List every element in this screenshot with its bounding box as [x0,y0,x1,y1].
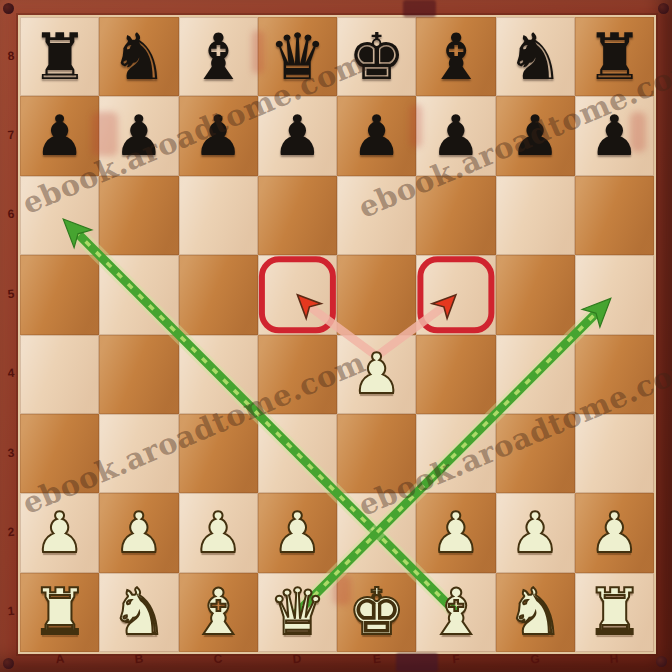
chess-opening-diagram: ♜♞♝♛♚♝♞♜♟♟♟♟♟♟♟♟♟♟♟♟♟♟♟♟♜♞♝♛♚♝♞♜ 8765432… [0,0,672,672]
square-b6[interactable] [99,176,178,255]
square-h7[interactable]: ♟ [575,96,654,175]
square-d4[interactable] [258,335,337,414]
file-label-E: E [366,651,387,667]
square-f7[interactable]: ♟ [416,96,495,175]
file-label-D: D [287,651,308,667]
square-c8[interactable]: ♝ [179,17,258,96]
rank-label-1: 1 [2,604,19,619]
square-a6[interactable] [20,176,99,255]
black-pawn-a7: ♟ [35,108,85,164]
white-pawn-c2: ♟ [193,505,243,561]
square-d1[interactable]: ♛ [258,573,337,652]
square-c6[interactable] [179,176,258,255]
square-h4[interactable] [575,335,654,414]
black-knight-g8: ♞ [506,25,563,89]
square-e6[interactable] [337,176,416,255]
black-rook-a8: ♜ [31,25,88,89]
rank-label-3: 3 [2,445,19,460]
black-bishop-c8: ♝ [189,25,246,89]
white-bishop-c1: ♝ [189,580,246,644]
square-f3[interactable] [416,414,495,493]
file-label-A: A [49,651,70,667]
square-f1[interactable]: ♝ [416,573,495,652]
square-g2[interactable]: ♟ [496,493,575,572]
rank-label-5: 5 [2,286,19,301]
square-a5[interactable] [20,255,99,334]
square-a8[interactable]: ♜ [20,17,99,96]
square-f4[interactable] [416,335,495,414]
square-f5[interactable] [416,255,495,334]
black-pawn-e7: ♟ [352,108,402,164]
black-pawn-d7: ♟ [272,108,322,164]
white-pawn-b2: ♟ [114,505,164,561]
frame-corner-dot [658,3,669,14]
white-knight-b1: ♞ [110,580,167,644]
square-d6[interactable] [258,176,337,255]
square-c1[interactable]: ♝ [179,573,258,652]
white-bishop-f1: ♝ [427,580,484,644]
square-g3[interactable] [496,414,575,493]
square-c5[interactable] [179,255,258,334]
black-knight-b8: ♞ [110,25,167,89]
square-h6[interactable] [575,176,654,255]
square-d2[interactable]: ♟ [258,493,337,572]
square-g8[interactable]: ♞ [496,17,575,96]
white-pawn-d2: ♟ [272,505,322,561]
square-a1[interactable]: ♜ [20,573,99,652]
chess-board: ♜♞♝♛♚♝♞♜♟♟♟♟♟♟♟♟♟♟♟♟♟♟♟♟♜♞♝♛♚♝♞♜ [20,17,654,652]
square-b4[interactable] [99,335,178,414]
square-e5[interactable] [337,255,416,334]
square-c4[interactable] [179,335,258,414]
square-d8[interactable]: ♛ [258,17,337,96]
frame-corner-dot [3,658,14,669]
square-d5[interactable] [258,255,337,334]
white-rook-a1: ♜ [31,580,88,644]
black-pawn-h7: ♟ [589,108,639,164]
rank-label-4: 4 [2,366,19,381]
square-c7[interactable]: ♟ [179,96,258,175]
square-a3[interactable] [20,414,99,493]
square-g7[interactable]: ♟ [496,96,575,175]
square-a4[interactable] [20,335,99,414]
black-queen-d8: ♛ [269,25,326,89]
square-b1[interactable]: ♞ [99,573,178,652]
white-knight-g1: ♞ [506,580,563,644]
square-h3[interactable] [575,414,654,493]
file-label-F: F [445,651,466,667]
square-a7[interactable]: ♟ [20,96,99,175]
square-d7[interactable]: ♟ [258,96,337,175]
white-rook-h1: ♜ [586,580,643,644]
square-g1[interactable]: ♞ [496,573,575,652]
black-king-e8: ♚ [348,25,405,89]
white-king-e1: ♚ [348,580,405,644]
square-h8[interactable]: ♜ [575,17,654,96]
frame-texture-patch [396,653,438,672]
square-f6[interactable] [416,176,495,255]
file-label-B: B [128,651,149,667]
rank-label-8: 8 [2,48,19,63]
square-f8[interactable]: ♝ [416,17,495,96]
black-bishop-f8: ♝ [427,25,484,89]
square-g5[interactable] [496,255,575,334]
rank-label-6: 6 [2,207,19,222]
file-label-G: G [525,651,546,667]
white-pawn-a2: ♟ [35,505,85,561]
white-pawn-h2: ♟ [589,505,639,561]
black-pawn-f7: ♟ [431,108,481,164]
square-c2[interactable]: ♟ [179,493,258,572]
white-pawn-f2: ♟ [431,505,481,561]
square-e4[interactable]: ♟ [337,335,416,414]
white-pawn-e4: ♟ [352,346,402,402]
rank-label-2: 2 [2,524,19,539]
white-pawn-g2: ♟ [510,505,560,561]
square-b5[interactable] [99,255,178,334]
square-d3[interactable] [258,414,337,493]
rank-label-7: 7 [2,127,19,142]
square-e8[interactable]: ♚ [337,17,416,96]
black-pawn-b7: ♟ [114,108,164,164]
square-b7[interactable]: ♟ [99,96,178,175]
square-b3[interactable] [99,414,178,493]
square-e3[interactable] [337,414,416,493]
square-b8[interactable]: ♞ [99,17,178,96]
file-label-H: H [604,651,625,667]
square-e2[interactable] [337,493,416,572]
square-e1[interactable]: ♚ [337,573,416,652]
square-g6[interactable] [496,176,575,255]
square-g4[interactable] [496,335,575,414]
frame-texture-patch [403,0,436,17]
square-h5[interactable] [575,255,654,334]
black-rook-h8: ♜ [586,25,643,89]
square-e7[interactable]: ♟ [337,96,416,175]
frame-corner-dot [656,656,667,667]
file-label-C: C [208,651,229,667]
black-pawn-c7: ♟ [193,108,243,164]
white-queen-d1: ♛ [269,580,326,644]
frame-corner-dot [3,3,14,14]
square-c3[interactable] [179,414,258,493]
square-a2[interactable]: ♟ [20,493,99,572]
black-pawn-g7: ♟ [510,108,560,164]
square-b2[interactable]: ♟ [99,493,178,572]
square-h2[interactable]: ♟ [575,493,654,572]
square-f2[interactable]: ♟ [416,493,495,572]
square-h1[interactable]: ♜ [575,573,654,652]
